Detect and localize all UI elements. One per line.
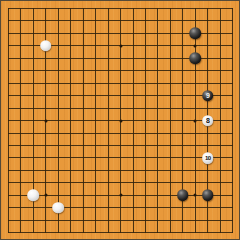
intersection-K12[interactable]: [114, 89, 126, 101]
intersection-E14[interactable]: [52, 65, 64, 77]
intersection-S18[interactable]: [214, 15, 226, 27]
intersection-O13[interactable]: [164, 77, 176, 89]
intersection-G9[interactable]: [77, 127, 89, 139]
intersection-E13[interactable]: [52, 77, 64, 89]
intersection-Q12[interactable]: [189, 89, 201, 101]
intersection-E11[interactable]: [52, 102, 64, 114]
intersection-F13[interactable]: [65, 77, 77, 89]
intersection-K7[interactable]: [114, 152, 126, 164]
intersection-F12[interactable]: [65, 89, 77, 101]
intersection-N14[interactable]: [152, 65, 164, 77]
intersection-F7[interactable]: [65, 152, 77, 164]
intersection-N7[interactable]: [152, 152, 164, 164]
intersection-Q10[interactable]: [189, 114, 201, 126]
intersection-N3[interactable]: [152, 201, 164, 213]
intersection-N18[interactable]: [152, 15, 164, 27]
intersection-P15[interactable]: [177, 52, 189, 64]
intersection-K14[interactable]: [114, 65, 126, 77]
intersection-G16[interactable]: [77, 40, 89, 52]
intersection-S13[interactable]: [214, 77, 226, 89]
intersection-K3[interactable]: [114, 201, 126, 213]
intersection-B6[interactable]: [15, 164, 27, 176]
intersection-Q9[interactable]: [189, 127, 201, 139]
intersection-C14[interactable]: [27, 65, 39, 77]
intersection-Q19[interactable]: [189, 2, 201, 14]
intersection-E6[interactable]: [52, 164, 64, 176]
intersection-N11[interactable]: [152, 102, 164, 114]
intersection-M3[interactable]: [139, 201, 151, 213]
intersection-G18[interactable]: [77, 15, 89, 27]
intersection-N9[interactable]: [152, 127, 164, 139]
intersection-E4[interactable]: [52, 189, 64, 201]
intersection-E3[interactable]: [52, 201, 64, 213]
intersection-J11[interactable]: [102, 102, 114, 114]
intersection-A6[interactable]: [2, 164, 14, 176]
intersection-T10[interactable]: [226, 114, 238, 126]
intersection-R7[interactable]: 10: [201, 152, 213, 164]
intersection-N19[interactable]: [152, 2, 164, 14]
intersection-M17[interactable]: [139, 27, 151, 39]
intersection-J5[interactable]: [102, 177, 114, 189]
intersection-K15[interactable]: [114, 52, 126, 64]
intersection-K4[interactable]: [114, 189, 126, 201]
intersection-A18[interactable]: [2, 15, 14, 27]
intersection-P14[interactable]: [177, 65, 189, 77]
intersection-B10[interactable]: [15, 114, 27, 126]
intersection-M5[interactable]: [139, 177, 151, 189]
intersection-C3[interactable]: [27, 201, 39, 213]
intersection-M16[interactable]: [139, 40, 151, 52]
intersection-H18[interactable]: [89, 15, 101, 27]
intersection-D9[interactable]: [40, 127, 52, 139]
intersection-L1[interactable]: [127, 226, 139, 238]
intersection-L11[interactable]: [127, 102, 139, 114]
intersection-H12[interactable]: [89, 89, 101, 101]
intersection-N12[interactable]: [152, 89, 164, 101]
intersection-L4[interactable]: [127, 189, 139, 201]
intersection-R4[interactable]: [201, 189, 213, 201]
intersection-R8[interactable]: [201, 139, 213, 151]
intersection-T17[interactable]: [226, 27, 238, 39]
intersection-S15[interactable]: [214, 52, 226, 64]
intersection-N13[interactable]: [152, 77, 164, 89]
intersection-F2[interactable]: [65, 214, 77, 226]
intersection-O6[interactable]: [164, 164, 176, 176]
intersection-J8[interactable]: [102, 139, 114, 151]
intersection-M4[interactable]: [139, 189, 151, 201]
intersection-P4[interactable]: [177, 189, 189, 201]
intersection-P8[interactable]: [177, 139, 189, 151]
intersection-F6[interactable]: [65, 164, 77, 176]
intersection-L3[interactable]: [127, 201, 139, 213]
intersection-S7[interactable]: [214, 152, 226, 164]
intersection-N4[interactable]: [152, 189, 164, 201]
intersection-H11[interactable]: [89, 102, 101, 114]
intersection-D19[interactable]: [40, 2, 52, 14]
intersection-K9[interactable]: [114, 127, 126, 139]
intersection-A3[interactable]: [2, 201, 14, 213]
intersection-A16[interactable]: [2, 40, 14, 52]
intersection-D8[interactable]: [40, 139, 52, 151]
intersection-K16[interactable]: [114, 40, 126, 52]
intersection-A15[interactable]: [2, 52, 14, 64]
intersection-G10[interactable]: [77, 114, 89, 126]
intersection-A1[interactable]: [2, 226, 14, 238]
intersection-T11[interactable]: [226, 102, 238, 114]
intersection-N2[interactable]: [152, 214, 164, 226]
intersection-M6[interactable]: [139, 164, 151, 176]
intersection-J16[interactable]: [102, 40, 114, 52]
intersection-B11[interactable]: [15, 102, 27, 114]
intersection-L14[interactable]: [127, 65, 139, 77]
intersection-E7[interactable]: [52, 152, 64, 164]
intersection-H14[interactable]: [89, 65, 101, 77]
intersection-G2[interactable]: [77, 214, 89, 226]
intersection-K17[interactable]: [114, 27, 126, 39]
intersection-M2[interactable]: [139, 214, 151, 226]
intersection-T16[interactable]: [226, 40, 238, 52]
intersection-P3[interactable]: [177, 201, 189, 213]
intersection-T12[interactable]: [226, 89, 238, 101]
intersection-G11[interactable]: [77, 102, 89, 114]
intersection-M18[interactable]: [139, 15, 151, 27]
intersection-C8[interactable]: [27, 139, 39, 151]
intersection-T5[interactable]: [226, 177, 238, 189]
intersection-L13[interactable]: [127, 77, 139, 89]
intersection-M12[interactable]: [139, 89, 151, 101]
intersection-R16[interactable]: [201, 40, 213, 52]
intersection-P7[interactable]: [177, 152, 189, 164]
intersection-C9[interactable]: [27, 127, 39, 139]
intersection-J2[interactable]: [102, 214, 114, 226]
intersection-S6[interactable]: [214, 164, 226, 176]
intersection-N16[interactable]: [152, 40, 164, 52]
intersection-T4[interactable]: [226, 189, 238, 201]
intersection-R9[interactable]: [201, 127, 213, 139]
intersection-B4[interactable]: [15, 189, 27, 201]
intersection-P16[interactable]: [177, 40, 189, 52]
intersection-A2[interactable]: [2, 214, 14, 226]
intersection-Q1[interactable]: [189, 226, 201, 238]
intersection-D2[interactable]: [40, 214, 52, 226]
intersection-T2[interactable]: [226, 214, 238, 226]
intersection-B9[interactable]: [15, 127, 27, 139]
intersection-B1[interactable]: [15, 226, 27, 238]
intersection-Q15[interactable]: [189, 52, 201, 64]
intersection-G7[interactable]: [77, 152, 89, 164]
intersection-D4[interactable]: [40, 189, 52, 201]
intersection-T6[interactable]: [226, 164, 238, 176]
intersection-S8[interactable]: [214, 139, 226, 151]
intersection-B2[interactable]: [15, 214, 27, 226]
intersection-B7[interactable]: [15, 152, 27, 164]
intersection-R3[interactable]: [201, 201, 213, 213]
intersection-S14[interactable]: [214, 65, 226, 77]
intersection-F3[interactable]: [65, 201, 77, 213]
intersection-D10[interactable]: [40, 114, 52, 126]
intersection-J1[interactable]: [102, 226, 114, 238]
intersection-E2[interactable]: [52, 214, 64, 226]
intersection-J10[interactable]: [102, 114, 114, 126]
intersection-B5[interactable]: [15, 177, 27, 189]
intersection-M8[interactable]: [139, 139, 151, 151]
intersection-S9[interactable]: [214, 127, 226, 139]
intersection-L6[interactable]: [127, 164, 139, 176]
intersection-K2[interactable]: [114, 214, 126, 226]
intersection-F11[interactable]: [65, 102, 77, 114]
intersection-D3[interactable]: [40, 201, 52, 213]
intersection-G6[interactable]: [77, 164, 89, 176]
intersection-Q5[interactable]: [189, 177, 201, 189]
intersection-H1[interactable]: [89, 226, 101, 238]
intersection-J12[interactable]: [102, 89, 114, 101]
intersection-R1[interactable]: [201, 226, 213, 238]
intersection-K8[interactable]: [114, 139, 126, 151]
intersection-F8[interactable]: [65, 139, 77, 151]
intersection-Q7[interactable]: [189, 152, 201, 164]
intersection-G15[interactable]: [77, 52, 89, 64]
intersection-A13[interactable]: [2, 77, 14, 89]
intersection-K19[interactable]: [114, 2, 126, 14]
intersection-H10[interactable]: [89, 114, 101, 126]
intersection-C7[interactable]: [27, 152, 39, 164]
intersection-N1[interactable]: [152, 226, 164, 238]
intersection-H19[interactable]: [89, 2, 101, 14]
intersection-G12[interactable]: [77, 89, 89, 101]
intersection-P1[interactable]: [177, 226, 189, 238]
intersection-C18[interactable]: [27, 15, 39, 27]
intersection-L12[interactable]: [127, 89, 139, 101]
intersection-F15[interactable]: [65, 52, 77, 64]
intersection-C2[interactable]: [27, 214, 39, 226]
intersection-J9[interactable]: [102, 127, 114, 139]
intersection-D7[interactable]: [40, 152, 52, 164]
intersection-L16[interactable]: [127, 40, 139, 52]
intersection-J17[interactable]: [102, 27, 114, 39]
intersection-A14[interactable]: [2, 65, 14, 77]
intersection-R5[interactable]: [201, 177, 213, 189]
intersection-F9[interactable]: [65, 127, 77, 139]
intersection-O3[interactable]: [164, 201, 176, 213]
intersection-R18[interactable]: [201, 15, 213, 27]
intersection-Q18[interactable]: [189, 15, 201, 27]
intersection-A12[interactable]: [2, 89, 14, 101]
intersection-G3[interactable]: [77, 201, 89, 213]
intersection-A17[interactable]: [2, 27, 14, 39]
intersection-D11[interactable]: [40, 102, 52, 114]
intersection-K1[interactable]: [114, 226, 126, 238]
intersection-Q11[interactable]: [189, 102, 201, 114]
intersection-D13[interactable]: [40, 77, 52, 89]
intersection-N8[interactable]: [152, 139, 164, 151]
intersection-N10[interactable]: [152, 114, 164, 126]
intersection-T19[interactable]: [226, 2, 238, 14]
intersection-L18[interactable]: [127, 15, 139, 27]
intersection-O9[interactable]: [164, 127, 176, 139]
intersection-H4[interactable]: [89, 189, 101, 201]
intersection-R13[interactable]: [201, 77, 213, 89]
intersection-G1[interactable]: [77, 226, 89, 238]
intersection-C15[interactable]: [27, 52, 39, 64]
intersection-H8[interactable]: [89, 139, 101, 151]
intersection-S2[interactable]: [214, 214, 226, 226]
intersection-F1[interactable]: [65, 226, 77, 238]
intersection-A4[interactable]: [2, 189, 14, 201]
intersection-T8[interactable]: [226, 139, 238, 151]
intersection-O10[interactable]: [164, 114, 176, 126]
intersection-E18[interactable]: [52, 15, 64, 27]
intersection-M10[interactable]: [139, 114, 151, 126]
intersection-Q2[interactable]: [189, 214, 201, 226]
intersection-R6[interactable]: [201, 164, 213, 176]
intersection-J6[interactable]: [102, 164, 114, 176]
intersection-Q16[interactable]: [189, 40, 201, 52]
intersection-E1[interactable]: [52, 226, 64, 238]
intersection-R12[interactable]: 9: [201, 89, 213, 101]
intersection-G5[interactable]: [77, 177, 89, 189]
intersection-C17[interactable]: [27, 27, 39, 39]
intersection-S11[interactable]: [214, 102, 226, 114]
intersection-O11[interactable]: [164, 102, 176, 114]
intersection-K11[interactable]: [114, 102, 126, 114]
intersection-Q13[interactable]: [189, 77, 201, 89]
intersection-S16[interactable]: [214, 40, 226, 52]
intersection-T3[interactable]: [226, 201, 238, 213]
intersection-A9[interactable]: [2, 127, 14, 139]
intersection-D1[interactable]: [40, 226, 52, 238]
intersection-G4[interactable]: [77, 189, 89, 201]
intersection-R2[interactable]: [201, 214, 213, 226]
intersection-E5[interactable]: [52, 177, 64, 189]
intersection-N17[interactable]: [152, 27, 164, 39]
intersection-O18[interactable]: [164, 15, 176, 27]
intersection-L8[interactable]: [127, 139, 139, 151]
intersection-Q6[interactable]: [189, 164, 201, 176]
intersection-P12[interactable]: [177, 89, 189, 101]
intersection-P17[interactable]: [177, 27, 189, 39]
intersection-L17[interactable]: [127, 27, 139, 39]
intersection-L19[interactable]: [127, 2, 139, 14]
intersection-D6[interactable]: [40, 164, 52, 176]
intersection-O19[interactable]: [164, 2, 176, 14]
intersection-D14[interactable]: [40, 65, 52, 77]
intersection-Q3[interactable]: [189, 201, 201, 213]
intersection-A5[interactable]: [2, 177, 14, 189]
intersection-Q4[interactable]: [189, 189, 201, 201]
intersection-D17[interactable]: [40, 27, 52, 39]
intersection-A11[interactable]: [2, 102, 14, 114]
intersection-O1[interactable]: [164, 226, 176, 238]
intersection-D15[interactable]: [40, 52, 52, 64]
intersection-E17[interactable]: [52, 27, 64, 39]
intersection-L7[interactable]: [127, 152, 139, 164]
intersection-H13[interactable]: [89, 77, 101, 89]
intersection-G19[interactable]: [77, 2, 89, 14]
intersection-A7[interactable]: [2, 152, 14, 164]
intersection-A19[interactable]: [2, 2, 14, 14]
intersection-O16[interactable]: [164, 40, 176, 52]
intersection-J3[interactable]: [102, 201, 114, 213]
intersection-E16[interactable]: [52, 40, 64, 52]
intersection-O2[interactable]: [164, 214, 176, 226]
intersection-H2[interactable]: [89, 214, 101, 226]
intersection-N15[interactable]: [152, 52, 164, 64]
intersection-G14[interactable]: [77, 65, 89, 77]
intersection-F10[interactable]: [65, 114, 77, 126]
intersection-O14[interactable]: [164, 65, 176, 77]
intersection-H15[interactable]: [89, 52, 101, 64]
intersection-B18[interactable]: [15, 15, 27, 27]
intersection-A8[interactable]: [2, 139, 14, 151]
intersection-R14[interactable]: [201, 65, 213, 77]
intersection-S10[interactable]: [214, 114, 226, 126]
intersection-L9[interactable]: [127, 127, 139, 139]
intersection-A10[interactable]: [2, 114, 14, 126]
intersection-L2[interactable]: [127, 214, 139, 226]
intersection-B14[interactable]: [15, 65, 27, 77]
intersection-M9[interactable]: [139, 127, 151, 139]
intersection-R10[interactable]: 8: [201, 114, 213, 126]
intersection-M11[interactable]: [139, 102, 151, 114]
intersection-F16[interactable]: [65, 40, 77, 52]
intersection-T14[interactable]: [226, 65, 238, 77]
intersection-J4[interactable]: [102, 189, 114, 201]
intersection-D16[interactable]: [40, 40, 52, 52]
intersection-O12[interactable]: [164, 89, 176, 101]
intersection-F5[interactable]: [65, 177, 77, 189]
intersection-J14[interactable]: [102, 65, 114, 77]
intersection-H17[interactable]: [89, 27, 101, 39]
intersection-F17[interactable]: [65, 27, 77, 39]
intersection-S3[interactable]: [214, 201, 226, 213]
intersection-P18[interactable]: [177, 15, 189, 27]
intersection-F14[interactable]: [65, 65, 77, 77]
intersection-S19[interactable]: [214, 2, 226, 14]
intersection-Q14[interactable]: [189, 65, 201, 77]
intersection-J19[interactable]: [102, 2, 114, 14]
intersection-L5[interactable]: [127, 177, 139, 189]
intersection-B15[interactable]: [15, 52, 27, 64]
intersection-O17[interactable]: [164, 27, 176, 39]
intersection-L15[interactable]: [127, 52, 139, 64]
intersection-H5[interactable]: [89, 177, 101, 189]
intersection-M15[interactable]: [139, 52, 151, 64]
intersection-T1[interactable]: [226, 226, 238, 238]
intersection-F4[interactable]: [65, 189, 77, 201]
intersection-O4[interactable]: [164, 189, 176, 201]
intersection-T15[interactable]: [226, 52, 238, 64]
intersection-H6[interactable]: [89, 164, 101, 176]
intersection-M1[interactable]: [139, 226, 151, 238]
intersection-Q17[interactable]: [189, 27, 201, 39]
intersection-F18[interactable]: [65, 15, 77, 27]
intersection-C12[interactable]: [27, 89, 39, 101]
intersection-R11[interactable]: [201, 102, 213, 114]
intersection-G8[interactable]: [77, 139, 89, 151]
intersection-D18[interactable]: [40, 15, 52, 27]
intersection-D12[interactable]: [40, 89, 52, 101]
intersection-J15[interactable]: [102, 52, 114, 64]
intersection-S5[interactable]: [214, 177, 226, 189]
intersection-P5[interactable]: [177, 177, 189, 189]
intersection-B19[interactable]: [15, 2, 27, 14]
intersection-R19[interactable]: [201, 2, 213, 14]
intersection-H16[interactable]: [89, 40, 101, 52]
intersection-O15[interactable]: [164, 52, 176, 64]
intersection-O5[interactable]: [164, 177, 176, 189]
intersection-P6[interactable]: [177, 164, 189, 176]
intersection-K5[interactable]: [114, 177, 126, 189]
